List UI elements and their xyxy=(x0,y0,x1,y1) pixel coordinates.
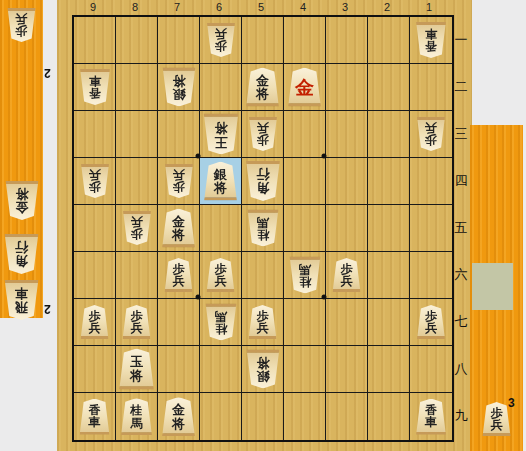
square-6-7[interactable]: 桂馬 xyxy=(200,299,242,346)
sente-piece-金将[interactable]: 金将 xyxy=(162,397,196,436)
square-7-6[interactable]: 歩兵 xyxy=(158,252,200,299)
square-1-5[interactable] xyxy=(410,205,452,252)
piece-kanji: 桂馬 xyxy=(131,404,143,429)
square-4-3[interactable] xyxy=(284,111,326,158)
rank-label-7: 七 xyxy=(452,313,470,331)
square-9-5[interactable] xyxy=(74,205,116,252)
piece-kanji: 歩兵 xyxy=(425,123,437,147)
square-4-4[interactable] xyxy=(284,158,326,205)
square-4-1[interactable] xyxy=(284,17,326,64)
gote-piece-歩兵[interactable]: 歩兵 xyxy=(164,164,193,198)
square-4-5[interactable] xyxy=(284,205,326,252)
sente-piece-香車[interactable]: 香車 xyxy=(416,399,447,435)
gote-piece-桂馬[interactable]: 桂馬 xyxy=(289,257,321,294)
gote-piece-歩兵[interactable]: 歩兵 xyxy=(206,23,235,57)
piece-kanji: 金将 xyxy=(256,73,269,100)
square-5-4[interactable]: 角行 xyxy=(242,158,284,205)
square-8-4[interactable] xyxy=(116,158,158,205)
file-label-8: 8 xyxy=(114,1,156,13)
piece-kanji: 歩兵 xyxy=(131,310,143,334)
piece-kanji: 歩兵 xyxy=(341,263,353,287)
square-1-9[interactable]: 香車 xyxy=(410,393,452,440)
star-point xyxy=(196,154,201,159)
rank-label-9: 九 xyxy=(452,407,470,425)
rank-label-3: 三 xyxy=(452,125,470,143)
piece-kanji: 飛車 xyxy=(15,287,28,314)
square-9-4[interactable]: 歩兵 xyxy=(74,158,116,205)
sente-piece-銀将[interactable]: 銀将 xyxy=(204,162,238,201)
sente-piece-金将[interactable]: 金将 xyxy=(246,68,280,107)
piece-kanji: 王将 xyxy=(214,121,227,149)
square-3-8[interactable] xyxy=(326,346,368,393)
piece-kanji: 歩兵 xyxy=(215,263,227,287)
piece-kanji: 銀将 xyxy=(214,167,227,194)
square-5-7[interactable]: 歩兵 xyxy=(242,299,284,346)
square-2-5[interactable] xyxy=(368,205,410,252)
square-8-6[interactable] xyxy=(116,252,158,299)
gote-piece-歩兵[interactable]: 歩兵 xyxy=(417,117,446,151)
piece-kanji: 歩兵 xyxy=(173,263,185,287)
piece-kanji: 桂馬 xyxy=(215,310,227,335)
piece-kanji: 角行 xyxy=(15,241,28,268)
square-6-8[interactable] xyxy=(200,346,242,393)
square-8-9[interactable]: 桂馬 xyxy=(116,393,158,440)
square-5-9[interactable] xyxy=(242,393,284,440)
piece-kanji: 金将 xyxy=(15,188,28,215)
piece-kanji: 銀将 xyxy=(172,74,185,101)
square-5-8[interactable]: 銀将 xyxy=(242,346,284,393)
square-9-9[interactable]: 香車 xyxy=(74,393,116,440)
square-2-7[interactable] xyxy=(368,299,410,346)
square-8-7[interactable]: 歩兵 xyxy=(116,299,158,346)
gote-piece-銀将[interactable]: 銀将 xyxy=(162,68,196,107)
gote-piece-角行[interactable]: 角行 xyxy=(4,234,39,274)
piece-kanji: 歩兵 xyxy=(89,170,101,194)
file-label-2: 2 xyxy=(366,1,408,13)
piece-kanji: 香車 xyxy=(425,404,437,428)
rank-label-8: 八 xyxy=(452,360,470,378)
square-7-1[interactable] xyxy=(158,17,200,64)
piece-kanji: 金 xyxy=(295,78,314,98)
square-8-8[interactable]: 玉将 xyxy=(116,346,158,393)
piece-kanji: 香車 xyxy=(89,404,101,428)
square-9-7[interactable]: 歩兵 xyxy=(74,299,116,346)
piece-kanji: 香車 xyxy=(425,29,437,53)
piece-kanji: 桂馬 xyxy=(299,263,311,288)
gote-piece-歩兵[interactable]: 歩兵 xyxy=(7,8,36,42)
square-7-2[interactable]: 銀将 xyxy=(158,64,200,111)
square-1-7[interactable]: 歩兵 xyxy=(410,299,452,346)
sente-piece-歩兵[interactable]: 歩兵 xyxy=(206,258,235,292)
square-9-6[interactable] xyxy=(74,252,116,299)
square-2-6[interactable] xyxy=(368,252,410,299)
piece-kanji: 玉将 xyxy=(130,355,143,383)
file-label-7: 7 xyxy=(156,1,198,13)
square-9-1[interactable] xyxy=(74,17,116,64)
rank-label-4: 四 xyxy=(452,172,470,190)
piece-kanji: 歩兵 xyxy=(257,310,269,334)
square-5-6[interactable] xyxy=(242,252,284,299)
file-label-5: 5 xyxy=(240,1,282,13)
square-5-2[interactable]: 金将 xyxy=(242,64,284,111)
file-label-1: 1 xyxy=(408,1,450,13)
square-3-7[interactable] xyxy=(326,299,368,346)
square-1-8[interactable] xyxy=(410,346,452,393)
square-2-4[interactable] xyxy=(368,158,410,205)
square-7-7[interactable] xyxy=(158,299,200,346)
square-6-6[interactable]: 歩兵 xyxy=(200,252,242,299)
piece-kanji: 金将 xyxy=(172,403,185,430)
square-3-1[interactable] xyxy=(326,17,368,64)
square-2-9[interactable] xyxy=(368,393,410,440)
square-3-2[interactable] xyxy=(326,64,368,111)
gote-piece-桂馬[interactable]: 桂馬 xyxy=(205,304,237,341)
piece-kanji: 金将 xyxy=(172,214,185,241)
square-9-2[interactable]: 香車 xyxy=(74,64,116,111)
shogi-board[interactable]: 歩兵香車香車銀将金将金王将歩兵歩兵歩兵歩兵銀将角行歩兵金将桂馬歩兵歩兵桂馬歩兵歩… xyxy=(72,15,454,442)
rank-label-5: 五 xyxy=(452,219,470,237)
piece-kanji: 桂馬 xyxy=(257,216,269,241)
gote-piece-飛車[interactable]: 飛車 xyxy=(4,280,39,320)
square-4-6[interactable]: 桂馬 xyxy=(284,252,326,299)
piece-kanji: 歩兵 xyxy=(425,310,437,334)
square-6-1[interactable]: 歩兵 xyxy=(200,17,242,64)
square-4-8[interactable] xyxy=(284,346,326,393)
sente-piece-歩兵[interactable]: 歩兵 xyxy=(80,305,109,339)
piece-kanji: 歩兵 xyxy=(16,14,28,38)
square-7-8[interactable] xyxy=(158,346,200,393)
piece-kanji: 歩兵 xyxy=(131,217,143,241)
square-6-5[interactable] xyxy=(200,205,242,252)
gote-piece-王将[interactable]: 王将 xyxy=(203,114,239,155)
square-4-9[interactable] xyxy=(284,393,326,440)
square-3-5[interactable] xyxy=(326,205,368,252)
sente-piece-金[interactable]: 金 xyxy=(288,68,322,107)
sente-piece-香車[interactable]: 香車 xyxy=(79,399,110,435)
file-label-4: 4 xyxy=(282,1,324,13)
sente-piece-桂馬[interactable]: 桂馬 xyxy=(121,398,153,435)
rank-label-1: 一 xyxy=(452,31,470,49)
sente-piece-金将[interactable]: 金将 xyxy=(162,209,196,248)
square-9-8[interactable] xyxy=(74,346,116,393)
rank-label-6: 六 xyxy=(452,266,470,284)
square-4-7[interactable] xyxy=(284,299,326,346)
gote-piece-歩兵[interactable]: 歩兵 xyxy=(248,117,277,151)
square-3-3[interactable] xyxy=(326,111,368,158)
piece-kanji: 歩兵 xyxy=(89,310,101,334)
square-1-2[interactable] xyxy=(410,64,452,111)
sente-piece-歩兵[interactable]: 歩兵 xyxy=(164,258,193,292)
square-2-1[interactable] xyxy=(368,17,410,64)
square-1-4[interactable] xyxy=(410,158,452,205)
piece-kanji: 歩兵 xyxy=(215,29,227,53)
square-1-6[interactable] xyxy=(410,252,452,299)
rank-label-2: 二 xyxy=(452,78,470,96)
gote-piece-歩兵[interactable]: 歩兵 xyxy=(80,164,109,198)
square-6-9[interactable] xyxy=(200,393,242,440)
square-4-2[interactable]: 金 xyxy=(284,64,326,111)
sente-hand-silver-slot-highlight xyxy=(472,263,513,310)
square-7-4[interactable]: 歩兵 xyxy=(158,158,200,205)
file-label-6: 6 xyxy=(198,1,240,13)
square-5-3[interactable]: 歩兵 xyxy=(242,111,284,158)
square-5-1[interactable] xyxy=(242,17,284,64)
piece-kanji: 銀将 xyxy=(256,356,269,383)
sente-piece-歩兵[interactable]: 歩兵 xyxy=(417,305,446,339)
gote-piece-香車[interactable]: 香車 xyxy=(79,69,110,105)
square-6-3[interactable]: 王将 xyxy=(200,111,242,158)
square-1-1[interactable]: 香車 xyxy=(410,17,452,64)
piece-kanji: 香車 xyxy=(89,76,101,100)
square-7-3[interactable] xyxy=(158,111,200,158)
square-3-6[interactable]: 歩兵 xyxy=(326,252,368,299)
sente-hand-count-歩兵: 3 xyxy=(508,396,515,410)
star-point xyxy=(322,295,327,300)
square-9-3[interactable] xyxy=(74,111,116,158)
square-2-2[interactable] xyxy=(368,64,410,111)
piece-kanji: 歩兵 xyxy=(173,170,185,194)
gote-piece-香車[interactable]: 香車 xyxy=(416,22,447,58)
square-6-4[interactable]: 銀将 xyxy=(200,158,242,205)
square-1-3[interactable]: 歩兵 xyxy=(410,111,452,158)
square-6-2[interactable] xyxy=(200,64,242,111)
gote-piece-桂馬[interactable]: 桂馬 xyxy=(247,210,279,247)
piece-kanji: 歩兵 xyxy=(257,123,269,147)
square-7-9[interactable]: 金将 xyxy=(158,393,200,440)
square-3-9[interactable] xyxy=(326,393,368,440)
square-7-5[interactable]: 金将 xyxy=(158,205,200,252)
square-8-3[interactable] xyxy=(116,111,158,158)
file-label-3: 3 xyxy=(324,1,366,13)
sente-piece-歩兵[interactable]: 歩兵 xyxy=(248,305,277,339)
gote-piece-銀将[interactable]: 銀将 xyxy=(246,350,280,389)
sente-piece-玉将[interactable]: 玉将 xyxy=(119,349,155,390)
star-point xyxy=(322,154,327,159)
square-8-2[interactable] xyxy=(116,64,158,111)
piece-kanji: 歩兵 xyxy=(491,407,503,431)
piece-kanji: 角行 xyxy=(256,168,269,195)
square-2-8[interactable] xyxy=(368,346,410,393)
sente-piece-歩兵[interactable]: 歩兵 xyxy=(482,402,511,436)
gote-piece-歩兵[interactable]: 歩兵 xyxy=(122,211,151,245)
square-8-1[interactable] xyxy=(116,17,158,64)
gote-hand-count-飛車: 2 xyxy=(44,302,51,316)
star-point xyxy=(196,295,201,300)
shogi-app: 987654321 一二三四五六七八九 歩兵香車香車銀将金将金王将歩兵歩兵歩兵歩… xyxy=(0,0,526,451)
gote-hand-count-歩兵: 2 xyxy=(44,66,51,80)
sente-piece-歩兵[interactable]: 歩兵 xyxy=(122,305,151,339)
square-5-5[interactable]: 桂馬 xyxy=(242,205,284,252)
sente-piece-歩兵[interactable]: 歩兵 xyxy=(332,258,361,292)
file-label-9: 9 xyxy=(72,1,114,13)
square-3-4[interactable] xyxy=(326,158,368,205)
gote-piece-角行[interactable]: 角行 xyxy=(245,161,280,201)
square-8-5[interactable]: 歩兵 xyxy=(116,205,158,252)
square-2-3[interactable] xyxy=(368,111,410,158)
